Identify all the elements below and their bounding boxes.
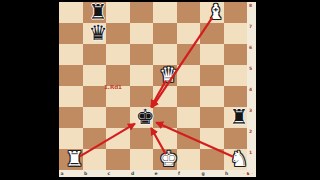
rank-label-6: 6 — [249, 45, 252, 50]
file-labels-strip: · ♞ · abcdefgh — [59, 170, 256, 177]
rank-label-4: 4 — [249, 87, 252, 92]
file-label-a: a — [61, 171, 64, 176]
attack-arrow-g8-d3 — [152, 17, 212, 107]
attack-arrow-a1-d3 — [80, 124, 135, 157]
video-thumbnail-canvas: ♜♝♛♛♚♜♜♚♞ 87654321 · ♞ · abcdefgh 1.Rd1 — [0, 0, 320, 180]
rank-label-7: 7 — [249, 24, 252, 29]
rank-label-1: 1 — [249, 150, 252, 155]
piece-black-king-d3: ♚ — [136, 107, 155, 128]
piece-white-knight-h1: ♞ — [230, 149, 249, 170]
attack-arrow-e1-d3 — [151, 128, 166, 154]
move-annotation: 1.Rd1 — [104, 84, 122, 90]
board-content-layer: ♜♝♛♛♚♜♜♚♞ — [63, 2, 251, 170]
file-label-g: g — [202, 171, 205, 176]
attack-arrow-e5-d3 — [151, 81, 166, 107]
attack-arrows-overlay — [63, 2, 251, 170]
attack-arrow-h1-d3 — [156, 122, 234, 157]
piece-black-rook-b8: ♜ — [89, 2, 108, 23]
piece-white-king-e1: ♚ — [159, 149, 178, 170]
piece-black-queen-b7: ♛ — [89, 23, 108, 44]
piece-white-queen-e5: ♛ — [159, 65, 178, 86]
file-label-f: f — [178, 171, 180, 176]
file-label-c: c — [108, 171, 111, 176]
rank-label-5: 5 — [249, 66, 252, 71]
piece-white-rook-a1: ♜ — [65, 149, 84, 170]
rank-label-2: 2 — [249, 129, 252, 134]
piece-black-rook-h3: ♜ — [230, 107, 249, 128]
rank-label-8: 8 — [249, 3, 252, 8]
rank-label-3: 3 — [249, 108, 252, 113]
piece-white-bishop-g8: ♝ — [206, 2, 225, 23]
chessboard: ♜♝♛♛♚♜♜♚♞ 87654321 · ♞ · abcdefgh 1.Rd1 — [59, 2, 256, 177]
rank-labels-strip: 87654321 — [247, 2, 256, 170]
file-label-e: e — [155, 171, 158, 176]
watermark: · ♞ · — [243, 171, 253, 176]
file-label-b: b — [84, 171, 87, 176]
file-label-d: d — [131, 171, 134, 176]
file-label-h: h — [225, 171, 228, 176]
